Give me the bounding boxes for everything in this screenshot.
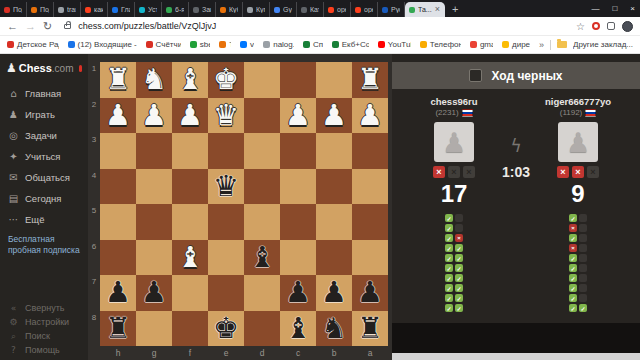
tab-favicon-icon (58, 7, 64, 13)
puzzle-solved-icon: ✓ (569, 234, 577, 242)
help-icon: ? (8, 345, 19, 355)
score: 17 (441, 180, 468, 208)
browser-tab[interactable]: Купи (243, 2, 270, 17)
bookmark-item[interactable]: Спб (303, 40, 323, 49)
browser-tab[interactable]: 6-я Р (162, 2, 189, 17)
bookmarks-bar: Детское Радио(12) Входящие - be...Счётчи… (0, 36, 640, 54)
bookmark-label: sber (200, 40, 210, 49)
bookmark-favicon-icon (502, 41, 509, 48)
square-c7[interactable]: ♟ (280, 275, 316, 311)
puzzle-solved-icon: ✓ (569, 264, 577, 272)
sidebar-footer-collapse[interactable]: «Свернуть (0, 301, 88, 315)
today-icon: ▤ (8, 193, 19, 204)
square-f8[interactable] (172, 311, 208, 347)
tab-label: Русс (391, 6, 400, 13)
reload-icon[interactable]: ↻ (43, 21, 52, 32)
bookmark-favicon-icon (146, 41, 153, 48)
sidebar-item-label: Задачи (25, 130, 57, 141)
home-icon: ⌂ (8, 88, 19, 99)
bookmark-favicon-icon (68, 41, 75, 48)
square-h1[interactable]: ♜ (100, 62, 136, 98)
piece-bB-c8[interactable]: ♝ (280, 311, 316, 347)
extension-red-icon[interactable] (592, 22, 600, 30)
browser-tab[interactable]: как в (81, 2, 108, 17)
file-label: h (100, 346, 136, 358)
bookmark-label: директ (512, 40, 530, 49)
panel-footer (392, 323, 640, 353)
turn-label: Ход черных (491, 69, 562, 83)
score: 9 (571, 180, 584, 208)
piece-wP-h2[interactable]: ♟ (100, 98, 136, 134)
file-label: f (172, 346, 208, 358)
tab-label: Подс (40, 6, 49, 13)
sidebar-footer-label: Помощь (25, 345, 60, 355)
bookmark-item[interactable]: T (219, 40, 231, 49)
puzzle-result-grid: ✓×✓×✓✓✓✓✓✓✓ (569, 214, 587, 312)
square-f6[interactable]: ♝ (172, 240, 208, 276)
browser-tab[interactable]: Заказ (189, 2, 216, 17)
bookmark-favicon-icon (332, 41, 339, 48)
bookmark-list: Детское Радио(12) Входящие - be...Счётчи… (7, 40, 530, 49)
sidebar-nav: ⌂Главная♟Играть◎Задачи✦Учиться✉Общаться▤… (0, 83, 88, 230)
tab-label: как в (94, 6, 103, 13)
square-f4[interactable] (172, 169, 208, 205)
bookmark-item[interactable]: nalog.ru (263, 40, 294, 49)
file-label: g (136, 346, 172, 358)
turn-indicator: Ход черных (392, 62, 640, 89)
puzzle-empty-slot (579, 274, 587, 282)
browser-tab[interactable]: Подс (27, 2, 54, 17)
avatar[interactable]: ♟ (434, 122, 474, 162)
square-b1[interactable] (316, 62, 352, 98)
square-g7[interactable]: ♟ (136, 275, 172, 311)
sidebar-footer-settings[interactable]: ⚙Настройки (0, 315, 88, 329)
bookmark-item[interactable]: vk (240, 40, 254, 49)
square-h8[interactable]: ♜ (100, 311, 136, 347)
player-column: chess96ru (2231) ♟ ××× 17 ✓✓✓×✓✓✓✓✓✓✓✓✓✓… (392, 96, 516, 312)
bookmarks-overflow-icon[interactable]: » (539, 40, 544, 50)
tab-close-icon[interactable]: × (435, 5, 440, 14)
piece-bN-b8[interactable]: ♞ (316, 311, 352, 347)
piece-wK-e1[interactable]: ♚ (208, 62, 244, 98)
square-c1[interactable] (280, 62, 316, 98)
square-b5[interactable] (316, 204, 352, 240)
square-d2[interactable] (244, 98, 280, 134)
sidebar-item-play[interactable]: ♟Играть (0, 104, 88, 125)
strike-unused-icon: × (463, 166, 475, 178)
minimize-icon[interactable]: — (591, 4, 599, 13)
sidebar-item-label: Учиться (25, 151, 61, 162)
square-b6[interactable] (316, 240, 352, 276)
piece-bP-a7[interactable]: ♟ (352, 275, 388, 311)
square-b4[interactable] (316, 169, 352, 205)
square-e8[interactable]: ♚ (208, 311, 244, 347)
strike-used-icon: × (433, 166, 445, 178)
tab-favicon-icon (220, 7, 226, 13)
strike-unused-icon: × (448, 166, 460, 178)
sidebar-item-label: Главная (25, 88, 61, 99)
tab-label: open (337, 6, 346, 13)
piece-wR-a1[interactable]: ♜ (352, 62, 388, 98)
square-g8[interactable] (136, 311, 172, 347)
tab-label: Gytal (283, 6, 292, 13)
tab-label: Глав (121, 6, 130, 13)
square-f7[interactable] (172, 275, 208, 311)
puzzle-solved-icon: ✓ (445, 224, 453, 232)
tab-label: Заказ (202, 6, 211, 13)
square-g3[interactable] (136, 133, 172, 169)
square-a5[interactable] (352, 204, 388, 240)
puzzle-failed-icon: × (569, 224, 577, 232)
square-g5[interactable] (136, 204, 172, 240)
puzzle-empty-slot (579, 294, 587, 302)
square-a7[interactable]: ♟ (352, 275, 388, 311)
player-name[interactable]: niger666777yo (545, 96, 611, 107)
new-tab-button[interactable]: + (452, 3, 458, 15)
square-d1[interactable] (244, 62, 280, 98)
square-b8[interactable]: ♞ (316, 311, 352, 347)
puzzle-failed-icon: × (569, 244, 577, 252)
puzzle-solved-icon: ✓ (455, 304, 463, 312)
tab-favicon-icon (274, 7, 280, 13)
square-b7[interactable]: ♟ (316, 275, 352, 311)
browser-tab[interactable]: Кубо (216, 2, 243, 17)
square-h4[interactable] (100, 169, 136, 205)
bookmark-favicon-icon (240, 41, 247, 48)
rank-label: 3 (88, 133, 100, 169)
browser-tab[interactable]: Ката (297, 2, 324, 17)
bookmark-star-icon[interactable]: ☆ (576, 21, 585, 32)
settings-icon: ⚙ (8, 317, 19, 327)
strike-unused-icon: × (587, 166, 599, 178)
square-h7[interactable]: ♟ (100, 275, 136, 311)
tab-label: Ката (310, 6, 319, 13)
square-f3[interactable] (172, 133, 208, 169)
free-trial-link[interactable]: Бесплатная пробная подписка (0, 230, 88, 261)
russia-flag-icon (462, 109, 473, 117)
puzzle-solved-icon: ✓ (445, 234, 453, 242)
player-name[interactable]: chess96ru (430, 96, 477, 107)
square-b3[interactable] (316, 133, 352, 169)
browser-tab[interactable]: Русс (378, 2, 405, 17)
folder-icon (557, 41, 567, 48)
piece-wP-a2[interactable]: ♟ (352, 98, 388, 134)
address-bar[interactable]: chess.com/puzzles/battle/VzQlJjvJ (78, 21, 216, 31)
logo-text: Chess (19, 62, 52, 74)
puzzle-solved-icon: ✓ (445, 244, 453, 252)
bookmark-label: gmail (480, 40, 493, 49)
square-d6[interactable]: ♝ (244, 240, 280, 276)
player-rating: (2231) (435, 108, 472, 117)
logo-suffix: .com (52, 63, 74, 74)
file-label: e (208, 346, 244, 358)
back-icon[interactable]: ← (7, 21, 18, 32)
square-h2[interactable]: ♟ (100, 98, 136, 134)
square-a1[interactable]: ♜ (352, 62, 388, 98)
piece-bB-d6[interactable]: ♝ (244, 240, 280, 276)
piece-bP-h7[interactable]: ♟ (100, 275, 136, 311)
bookmark-item[interactable]: YouTube (378, 40, 411, 49)
square-c3[interactable] (280, 133, 316, 169)
square-c6[interactable] (280, 240, 316, 276)
piece-wB-f6[interactable]: ♝ (172, 240, 208, 276)
piece-wR-h1[interactable]: ♜ (100, 62, 136, 98)
puzzle-solved-icon: ✓ (445, 214, 453, 222)
bookmark-favicon-icon (470, 41, 477, 48)
browser-tab[interactable]: open (351, 2, 378, 17)
bookmark-favicon-icon (303, 41, 310, 48)
battle-panel: Ход черных chess96ru (2231) ♟ ××× 17 ✓✓✓… (392, 54, 640, 360)
square-e4[interactable]: ♛ (208, 169, 244, 205)
square-e1[interactable]: ♚ (208, 62, 244, 98)
square-e2[interactable]: ♛ (208, 98, 244, 134)
maximize-icon[interactable]: □ (612, 4, 617, 13)
browser-tab-active[interactable]: Та...× (405, 2, 445, 17)
rank-label: 8 (88, 311, 100, 347)
piece-bP-b7[interactable]: ♟ (316, 275, 352, 311)
chess-app: ♟ Chess .com ⌂Главная♟Играть◎Задачи✦Учит… (0, 54, 640, 360)
sidebar-item-connect[interactable]: ✉Общаться (0, 167, 88, 188)
bookmark-favicon-icon (190, 41, 197, 48)
piece-wP-g2[interactable]: ♟ (136, 98, 172, 134)
connect-icon: ✉ (8, 172, 19, 183)
piece-wP-c2[interactable]: ♟ (280, 98, 316, 134)
square-a3[interactable] (352, 133, 388, 169)
puzzle-solved-icon: ✓ (569, 284, 577, 292)
square-h5[interactable] (100, 204, 136, 240)
tab-favicon-icon (166, 7, 172, 13)
puzzle-empty-slot (455, 224, 463, 232)
piece-wP-f2[interactable]: ♟ (172, 98, 208, 134)
square-h6[interactable] (100, 240, 136, 276)
bookmark-label: YouTube (388, 40, 411, 49)
other-bookmarks-button[interactable]: Другие заклад... (573, 40, 633, 49)
puzzle-solved-icon: ✓ (445, 264, 453, 272)
players-row: chess96ru (2231) ♟ ××× 17 ✓✓✓×✓✓✓✓✓✓✓✓✓✓… (392, 96, 640, 312)
tab-favicon-icon (382, 7, 388, 13)
tab-label: 6-я Р (175, 6, 184, 13)
bookmark-label: Телефония (430, 40, 461, 49)
piece-wN-g1[interactable]: ♞ (136, 62, 172, 98)
sidebar-item-label: Общаться (25, 172, 70, 183)
puzzle-empty-slot (579, 234, 587, 242)
browser-profile-avatar[interactable] (622, 21, 633, 32)
square-a2[interactable]: ♟ (352, 98, 388, 134)
strike-used-icon: × (557, 166, 569, 178)
puzzle-empty-slot (579, 244, 587, 252)
puzzle-solved-icon: ✓ (445, 294, 453, 302)
piece-bR-a8[interactable]: ♜ (352, 311, 388, 347)
tab-favicon-icon (355, 7, 361, 13)
tab-favicon-icon (85, 7, 91, 13)
sidebar-item-today[interactable]: ▤Сегодня (0, 188, 88, 209)
extension-icon[interactable] (607, 22, 615, 30)
sidebar-item-label: Играть (25, 109, 55, 120)
bookmark-favicon-icon (378, 41, 385, 48)
puzzle-solved-icon: ✓ (569, 274, 577, 282)
sidebar-item-home[interactable]: ⌂Главная (0, 83, 88, 104)
bookmark-label: T (229, 40, 231, 49)
file-label: d (244, 346, 280, 358)
tab-favicon-icon (193, 7, 199, 13)
learn-icon: ✦ (8, 151, 19, 162)
square-g2[interactable]: ♟ (136, 98, 172, 134)
puzzle-solved-icon: ✓ (569, 214, 577, 222)
square-d3[interactable] (244, 133, 280, 169)
square-b2[interactable]: ♟ (316, 98, 352, 134)
piece-bQ-e4[interactable]: ♛ (208, 169, 244, 205)
bookmark-item[interactable]: директ (502, 40, 530, 49)
puzzle-solved-icon: ✓ (445, 254, 453, 262)
tab-favicon-icon (328, 7, 334, 13)
sidebar-item-label: Ещё (25, 214, 44, 225)
forward-icon[interactable]: → (25, 21, 36, 32)
piece-wP-b2[interactable]: ♟ (316, 98, 352, 134)
square-d4[interactable] (244, 169, 280, 205)
russia-flag-icon (585, 109, 596, 117)
rank-label: 4 (88, 169, 100, 205)
piece-bR-h8[interactable]: ♜ (100, 311, 136, 347)
bookmark-favicon-icon (420, 41, 427, 48)
browser-tab[interactable]: Под (0, 2, 27, 17)
square-c2[interactable]: ♟ (280, 98, 316, 134)
avatar[interactable]: ♟ (558, 122, 598, 162)
sidebar-footer-search[interactable]: ⌕Поиск (0, 329, 88, 343)
bookmark-label: vk (250, 40, 254, 49)
square-g1[interactable]: ♞ (136, 62, 172, 98)
bookmark-label: nalog.ru (273, 40, 294, 49)
puzzle-empty-slot (579, 284, 587, 292)
tab-label: open (364, 6, 373, 13)
play-icon: ♟ (8, 109, 19, 120)
padlock-icon (64, 24, 71, 29)
square-g6[interactable] (136, 240, 172, 276)
tab-label: Та... (418, 6, 432, 13)
pawn-avatar-icon: ♟ (442, 127, 466, 158)
square-c4[interactable] (280, 169, 316, 205)
puzzle-solved-icon: ✓ (455, 244, 463, 252)
piece-wB-f1[interactable]: ♝ (172, 62, 208, 98)
square-f2[interactable]: ♟ (172, 98, 208, 134)
puzzle-solved-icon: ✓ (579, 304, 587, 312)
tab-label: Купи (256, 6, 265, 13)
rating-value: (1192) (560, 108, 583, 117)
sidebar-footer-help[interactable]: ?Помощь (0, 343, 88, 357)
piece-bP-g7[interactable]: ♟ (136, 275, 172, 311)
puzzle-empty-slot (579, 254, 587, 262)
tab-favicon-icon (247, 7, 253, 13)
square-a8[interactable]: ♜ (352, 311, 388, 347)
sidebar: ♟ Chess .com ⌂Главная♟Играть◎Задачи✦Учит… (0, 54, 88, 360)
tab-favicon-icon (139, 7, 145, 13)
bookmark-item[interactable]: Телефония (420, 40, 461, 49)
file-labels: hgfedcba (100, 346, 388, 358)
strike-used-icon: × (572, 166, 584, 178)
rank-label: 2 (88, 98, 100, 134)
chesscom-logo[interactable]: ♟ Chess .com (0, 59, 88, 83)
sidebar-item-learn[interactable]: ✦Учиться (0, 146, 88, 167)
file-label: b (316, 346, 352, 358)
square-e6[interactable] (208, 240, 244, 276)
puzzle-solved-icon: ✓ (455, 294, 463, 302)
strikes: ××× (433, 166, 475, 178)
browser-toolbar: ← → ↻ chess.com/puzzles/battle/VzQlJjvJ … (0, 17, 640, 36)
square-a6[interactable] (352, 240, 388, 276)
square-d8[interactable] (244, 311, 280, 347)
puzzle-solved-icon: ✓ (455, 264, 463, 272)
puzzle-solved-icon: ✓ (569, 304, 577, 312)
square-e3[interactable] (208, 133, 244, 169)
piece-bK-e8[interactable]: ♚ (208, 311, 244, 347)
bookmark-item[interactable]: gmail (470, 40, 493, 49)
puzzle-solved-icon: ✓ (455, 274, 463, 282)
bookmark-label: Спб (313, 40, 323, 49)
piece-bP-c7[interactable]: ♟ (280, 275, 316, 311)
browser-tab[interactable]: transl (54, 2, 81, 17)
rank-label: 5 (88, 204, 100, 240)
puzzles-icon: ◎ (8, 130, 19, 141)
piece-wQ-e2[interactable]: ♛ (208, 98, 244, 134)
puzzle-solved-icon: ✓ (445, 284, 453, 292)
puzzle-solved-icon: ✓ (455, 254, 463, 262)
square-f1[interactable]: ♝ (172, 62, 208, 98)
bookmark-item[interactable]: Детское Радио (7, 40, 59, 49)
sidebar-item-puzzles[interactable]: ◎Задачи (0, 125, 88, 146)
bookmark-item[interactable]: Счётчики (146, 40, 181, 49)
square-e7[interactable] (208, 275, 244, 311)
close-icon[interactable]: × (630, 4, 635, 13)
rating-value: (2231) (435, 108, 458, 117)
square-c8[interactable]: ♝ (280, 311, 316, 347)
bookmark-item[interactable]: sber (190, 40, 210, 49)
bookmark-label: Счётчики (156, 40, 181, 49)
square-a4[interactable] (352, 169, 388, 205)
browser-tab[interactable]: Глав (108, 2, 135, 17)
chess-board: ♜♞♝♚♜♟♟♟♛♟♟♟♛♝♝♟♟♟♟♟♜♚♝♞♜ (100, 62, 388, 346)
bookmark-label: Детское Радио (17, 40, 59, 49)
puzzle-result-grid: ✓✓✓×✓✓✓✓✓✓✓✓✓✓✓✓✓✓ (445, 214, 463, 312)
browser-tab[interactable]: Устан (135, 2, 162, 17)
puzzle-empty-slot (579, 224, 587, 232)
bookmark-item[interactable]: Екб+Сочи (332, 40, 369, 49)
browser-tab[interactable]: Gytal (270, 2, 297, 17)
square-d7[interactable] (244, 275, 280, 311)
puzzle-solved-icon: ✓ (569, 254, 577, 262)
puzzle-solved-icon: ✓ (445, 274, 453, 282)
bottom-strip (392, 353, 640, 360)
square-f5[interactable] (172, 204, 208, 240)
square-c5[interactable] (280, 204, 316, 240)
bookmark-item[interactable]: (12) Входящие - be... (68, 40, 137, 49)
puzzle-empty-slot (579, 264, 587, 272)
sidebar-item-label: Сегодня (25, 193, 61, 204)
tab-list: ПодПодсtranslкак вГлавУстан6-я РЗаказКуб… (0, 2, 445, 17)
tab-favicon-icon (409, 7, 415, 13)
square-d5[interactable] (244, 204, 280, 240)
sidebar-item-more[interactable]: ⋯Ещё (0, 209, 88, 230)
bookmark-favicon-icon (7, 41, 14, 48)
square-e5[interactable] (208, 204, 244, 240)
tab-label: Кубо (229, 6, 238, 13)
window-controls: — □ × (591, 0, 635, 17)
sidebar-footer: «Свернуть⚙Настройки⌕Поиск?Помощь (0, 301, 88, 357)
square-h3[interactable] (100, 133, 136, 169)
browser-tab[interactable]: open (324, 2, 351, 17)
browser-tab-strip: ПодПодсtranslкак вГлавУстан6-я РЗаказКуб… (0, 0, 640, 17)
bookmark-label: Екб+Сочи (342, 40, 369, 49)
square-g4[interactable] (136, 169, 172, 205)
search-icon: ⌕ (8, 331, 19, 342)
